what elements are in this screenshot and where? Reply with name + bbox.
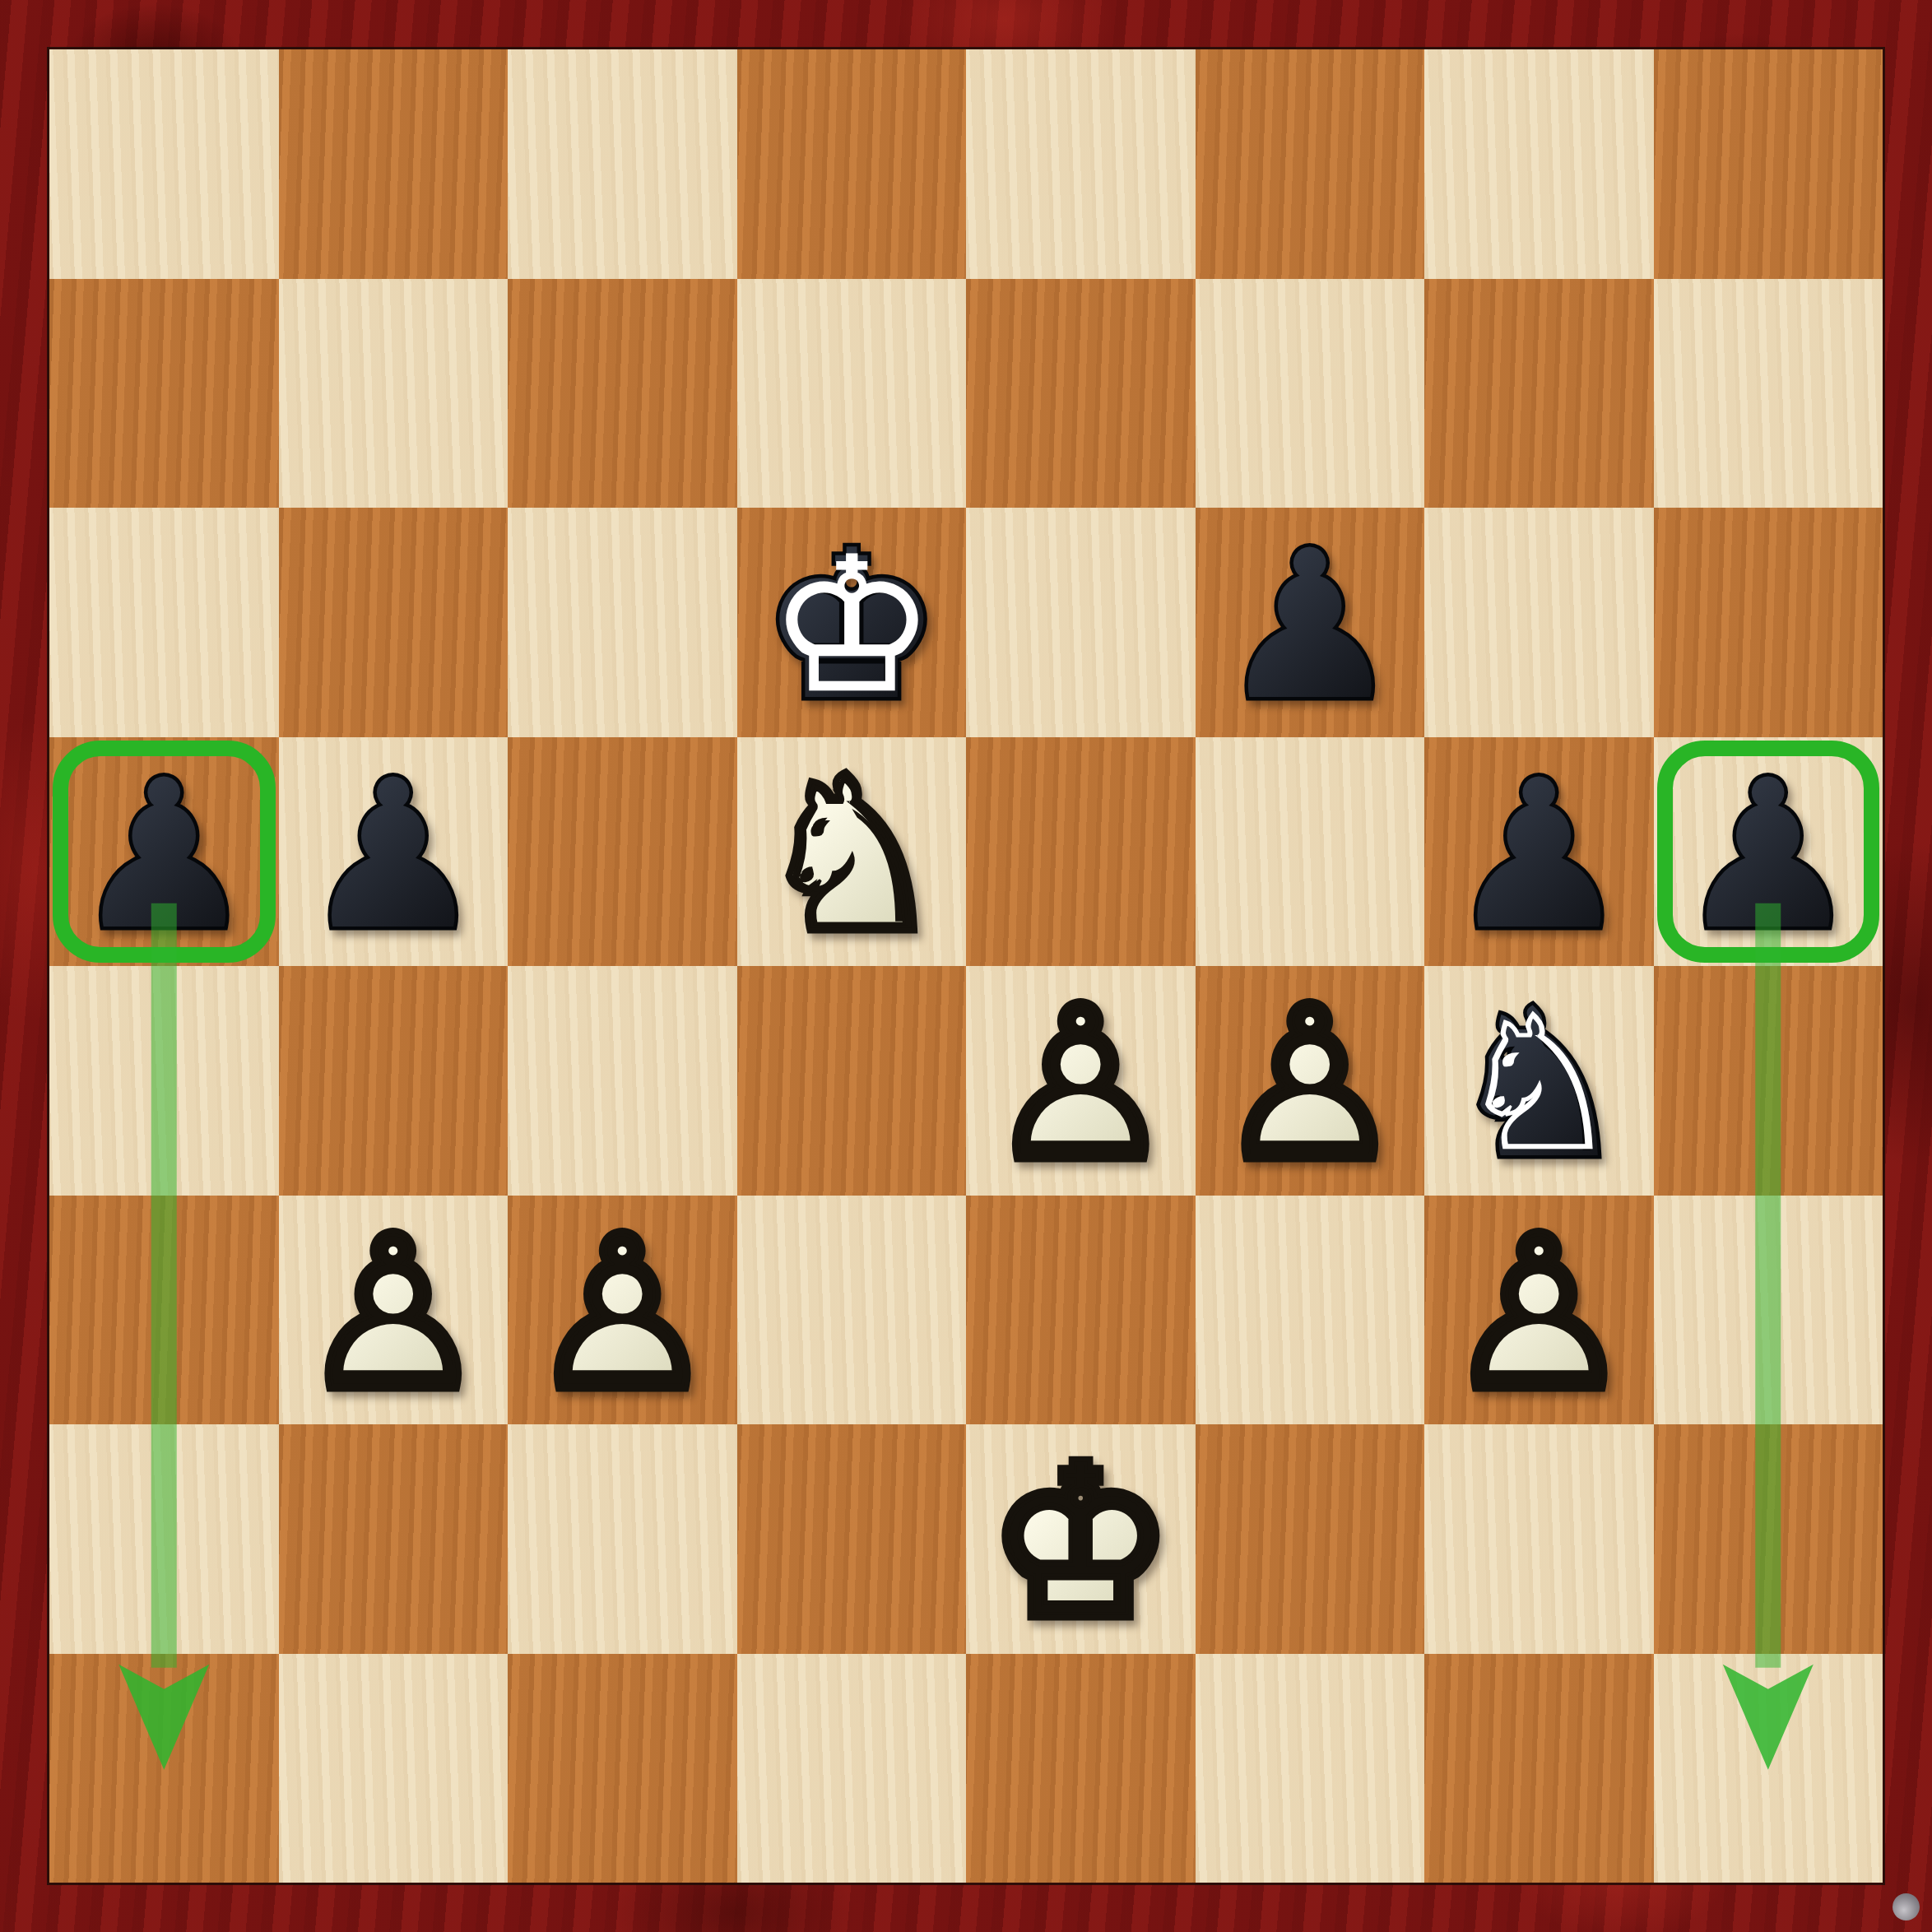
white-knight-d5[interactable]: ♞♞♘ (737, 741, 967, 971)
black-pawn-h5[interactable]: ♟♟ (1654, 741, 1883, 971)
square-f7[interactable] (1196, 279, 1425, 509)
black-pawn-b5[interactable]: ♟♟ (279, 741, 509, 971)
piece-glyph-layer: ♔ (748, 523, 954, 730)
square-d8[interactable] (737, 49, 967, 279)
square-b1[interactable] (279, 1654, 509, 1883)
square-h4[interactable] (1654, 966, 1883, 1196)
square-e2[interactable]: ♚♚♔ (966, 1424, 1196, 1654)
square-e4[interactable]: ♟♟♙ (966, 966, 1196, 1196)
square-g3[interactable]: ♟♟♙ (1424, 1196, 1654, 1425)
square-g4[interactable]: ♞♞♘ (1424, 966, 1654, 1196)
square-b6[interactable] (279, 508, 509, 737)
square-h7[interactable] (1654, 279, 1883, 509)
square-d4[interactable] (737, 966, 967, 1196)
square-g8[interactable] (1424, 49, 1654, 279)
square-d5[interactable]: ♞♞♘ (737, 737, 967, 967)
square-h1[interactable] (1654, 1654, 1883, 1883)
piece-glyph-layer: ♟ (1654, 741, 1883, 971)
square-e5[interactable] (966, 737, 1196, 967)
piece-glyph-layer: ♟ (279, 741, 509, 971)
square-a8[interactable] (49, 49, 279, 279)
square-a6[interactable] (49, 508, 279, 737)
square-c8[interactable] (508, 49, 737, 279)
square-g2[interactable] (1424, 1424, 1654, 1654)
black-pawn-a5[interactable]: ♟♟ (49, 741, 279, 971)
white-pawn-f4[interactable]: ♟♟♙ (1196, 970, 1425, 1200)
black-pawn-f6[interactable]: ♟♟ (1196, 512, 1425, 741)
piece-glyph-layer: ♟ (49, 741, 279, 971)
square-b7[interactable] (279, 279, 509, 509)
square-c2[interactable] (508, 1424, 737, 1654)
piece-glyph-layer: ♔ (966, 1428, 1196, 1658)
square-b8[interactable] (279, 49, 509, 279)
square-a5[interactable]: ♟♟ (49, 737, 279, 967)
square-b2[interactable] (279, 1424, 509, 1654)
square-b5[interactable]: ♟♟ (279, 737, 509, 967)
black-king-d6[interactable]: ♚♚♔ (737, 512, 967, 741)
square-e6[interactable] (966, 508, 1196, 737)
square-c3[interactable]: ♟♟♙ (508, 1196, 737, 1425)
square-h3[interactable] (1654, 1196, 1883, 1425)
square-g5[interactable]: ♟♟ (1424, 737, 1654, 967)
square-d6[interactable]: ♚♚♔ (737, 508, 967, 737)
square-f6[interactable]: ♟♟ (1196, 508, 1425, 737)
piece-glyph-layer: ♙ (1196, 970, 1425, 1200)
piece-glyph-layer: ♘ (1436, 982, 1642, 1188)
square-c5[interactable] (508, 737, 737, 967)
square-c1[interactable] (508, 1654, 737, 1883)
square-g7[interactable] (1424, 279, 1654, 509)
square-a1[interactable] (49, 1654, 279, 1883)
square-h8[interactable] (1654, 49, 1883, 279)
square-b3[interactable]: ♟♟♙ (279, 1196, 509, 1425)
corner-ball-decoration (1893, 1893, 1920, 1920)
square-g6[interactable] (1424, 508, 1654, 737)
chess-board: ♚♚♔♟♟♟♟♟♟♞♞♘♟♟♟♟♟♟♙♟♟♙♞♞♘♟♟♙♟♟♙♟♟♙♚♚♔ (49, 49, 1883, 1883)
square-f5[interactable] (1196, 737, 1425, 967)
square-a4[interactable] (49, 966, 279, 1196)
piece-glyph-layer: ♟ (1424, 741, 1654, 971)
square-e3[interactable] (966, 1196, 1196, 1425)
black-knight-g4[interactable]: ♞♞♘ (1424, 970, 1654, 1200)
chess-board-screenshot: ♚♚♔♟♟♟♟♟♟♞♞♘♟♟♟♟♟♟♙♟♟♙♞♞♘♟♟♙♟♟♙♟♟♙♚♚♔ (0, 0, 1932, 1932)
black-pawn-g5[interactable]: ♟♟ (1424, 741, 1654, 971)
square-f3[interactable] (1196, 1196, 1425, 1425)
square-e7[interactable] (966, 279, 1196, 509)
white-pawn-c3[interactable]: ♟♟♙ (508, 1200, 737, 1429)
square-b4[interactable] (279, 966, 509, 1196)
square-e1[interactable] (966, 1654, 1196, 1883)
piece-glyph-layer: ♙ (1424, 1200, 1654, 1429)
square-d2[interactable] (737, 1424, 967, 1654)
square-f2[interactable] (1196, 1424, 1425, 1654)
square-f1[interactable] (1196, 1654, 1425, 1883)
square-f4[interactable]: ♟♟♙ (1196, 966, 1425, 1196)
piece-glyph-layer: ♟ (1196, 512, 1425, 741)
square-d7[interactable] (737, 279, 967, 509)
square-h6[interactable] (1654, 508, 1883, 737)
square-h2[interactable] (1654, 1424, 1883, 1654)
piece-glyph-layer: ♙ (279, 1200, 509, 1429)
square-a7[interactable] (49, 279, 279, 509)
square-d1[interactable] (737, 1654, 967, 1883)
white-pawn-b3[interactable]: ♟♟♙ (279, 1200, 509, 1429)
square-a2[interactable] (49, 1424, 279, 1654)
square-f8[interactable] (1196, 49, 1425, 279)
white-pawn-g3[interactable]: ♟♟♙ (1424, 1200, 1654, 1429)
square-h5[interactable]: ♟♟ (1654, 737, 1883, 967)
white-king-e2[interactable]: ♚♚♔ (966, 1428, 1196, 1658)
square-e8[interactable] (966, 49, 1196, 279)
square-c4[interactable] (508, 966, 737, 1196)
square-c7[interactable] (508, 279, 737, 509)
square-d3[interactable] (737, 1196, 967, 1425)
white-pawn-e4[interactable]: ♟♟♙ (966, 970, 1196, 1200)
piece-glyph-layer: ♙ (966, 970, 1196, 1200)
square-a3[interactable] (49, 1196, 279, 1425)
piece-glyph-layer: ♙ (508, 1200, 737, 1429)
piece-glyph-layer: ♘ (737, 741, 967, 971)
square-g1[interactable] (1424, 1654, 1654, 1883)
square-c6[interactable] (508, 508, 737, 737)
